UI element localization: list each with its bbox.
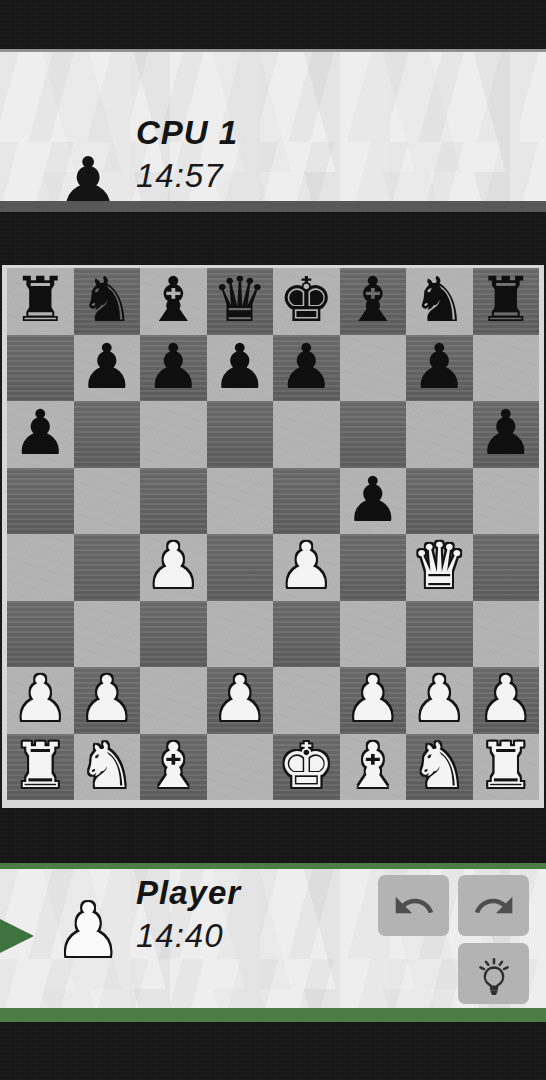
square-b8[interactable]: ♞ (74, 268, 141, 335)
square-h8[interactable]: ♜ (473, 268, 540, 335)
piece-black-pawn: ♟ (207, 335, 274, 399)
piece-white-knight: ♞ (74, 734, 141, 798)
square-d5[interactable] (207, 468, 274, 535)
piece-white-bishop: ♝ (140, 734, 207, 798)
piece-black-knight: ♞ (406, 268, 473, 332)
piece-black-pawn: ♟ (473, 401, 540, 465)
piece-black-rook: ♜ (7, 268, 74, 332)
turn-indicator-arrow (0, 919, 34, 953)
redo-button[interactable] (458, 875, 529, 936)
square-b3[interactable] (74, 601, 141, 668)
undo-arrow-icon (392, 884, 436, 928)
square-b7[interactable]: ♟ (74, 335, 141, 402)
square-h2[interactable]: ♟ (473, 667, 540, 734)
square-h4[interactable] (473, 534, 540, 601)
square-a3[interactable] (7, 601, 74, 668)
white-pawn-icon: ♟ (55, 893, 109, 967)
square-h3[interactable] (473, 601, 540, 668)
piece-white-pawn: ♟ (340, 667, 407, 731)
square-e8[interactable]: ♚ (273, 268, 340, 335)
player-clock: 14:40 (136, 917, 224, 955)
piece-white-king: ♚ (273, 734, 340, 798)
square-h1[interactable]: ♜ (473, 734, 540, 801)
piece-black-pawn: ♟ (74, 335, 141, 399)
square-g5[interactable] (406, 468, 473, 535)
square-d2[interactable]: ♟ (207, 667, 274, 734)
square-h7[interactable] (473, 335, 540, 402)
square-f4[interactable] (340, 534, 407, 601)
hint-button[interactable] (458, 943, 529, 1004)
square-f3[interactable] (340, 601, 407, 668)
chess-board[interactable]: ♜♞♝♛♚♝♞♜♟♟♟♟♟♟♟♟♟♟♛♟♟♟♟♟♟♜♞♝♚♝♞♜ (7, 268, 539, 800)
square-c7[interactable]: ♟ (140, 335, 207, 402)
square-h5[interactable] (473, 468, 540, 535)
piece-black-king: ♚ (273, 268, 340, 332)
piece-white-pawn: ♟ (273, 534, 340, 598)
piece-white-bishop: ♝ (340, 734, 407, 798)
piece-white-pawn: ♟ (473, 667, 540, 731)
square-a1[interactable]: ♜ (7, 734, 74, 801)
square-c2[interactable] (140, 667, 207, 734)
piece-white-knight: ♞ (406, 734, 473, 798)
app-screen: ♟ CPU 1 14:57 ♜♞♝♛♚♝♞♜♟♟♟♟♟♟♟♟♟♟♛♟♟♟♟♟♟♜… (0, 0, 546, 1080)
square-a6[interactable]: ♟ (7, 401, 74, 468)
square-e4[interactable]: ♟ (273, 534, 340, 601)
square-d4[interactable] (207, 534, 274, 601)
square-a2[interactable]: ♟ (7, 667, 74, 734)
piece-white-pawn: ♟ (7, 667, 74, 731)
piece-black-pawn: ♟ (406, 335, 473, 399)
piece-white-queen: ♛ (406, 534, 473, 598)
square-f6[interactable] (340, 401, 407, 468)
piece-black-pawn: ♟ (140, 335, 207, 399)
square-c8[interactable]: ♝ (140, 268, 207, 335)
piece-black-queen: ♛ (207, 268, 274, 332)
square-f5[interactable]: ♟ (340, 468, 407, 535)
piece-white-pawn: ♟ (140, 534, 207, 598)
square-e2[interactable] (273, 667, 340, 734)
square-g7[interactable]: ♟ (406, 335, 473, 402)
square-d8[interactable]: ♛ (207, 268, 274, 335)
piece-black-bishop: ♝ (340, 268, 407, 332)
opponent-panel-divider (0, 201, 546, 212)
undo-button[interactable] (378, 875, 449, 936)
square-c5[interactable] (140, 468, 207, 535)
square-e5[interactable] (273, 468, 340, 535)
board-frame: ♜♞♝♛♚♝♞♜♟♟♟♟♟♟♟♟♟♟♛♟♟♟♟♟♟♜♞♝♚♝♞♜ (2, 265, 544, 808)
square-g3[interactable] (406, 601, 473, 668)
square-g1[interactable]: ♞ (406, 734, 473, 801)
opponent-clock: 14:57 (136, 157, 224, 195)
lightbulb-icon (471, 951, 517, 997)
square-e1[interactable]: ♚ (273, 734, 340, 801)
square-g2[interactable]: ♟ (406, 667, 473, 734)
square-c1[interactable]: ♝ (140, 734, 207, 801)
square-b4[interactable] (74, 534, 141, 601)
opponent-panel: ♟ CPU 1 14:57 (0, 49, 546, 201)
square-d6[interactable] (207, 401, 274, 468)
opponent-name: CPU 1 (136, 114, 238, 152)
square-c4[interactable]: ♟ (140, 534, 207, 601)
square-f2[interactable]: ♟ (340, 667, 407, 734)
redo-arrow-icon (472, 884, 516, 928)
piece-white-pawn: ♟ (207, 667, 274, 731)
square-c3[interactable] (140, 601, 207, 668)
piece-black-pawn: ♟ (273, 335, 340, 399)
square-e7[interactable]: ♟ (273, 335, 340, 402)
piece-white-pawn: ♟ (74, 667, 141, 731)
piece-black-knight: ♞ (74, 268, 141, 332)
player-panel-bottom-border (0, 1008, 546, 1022)
square-b5[interactable] (74, 468, 141, 535)
square-e6[interactable] (273, 401, 340, 468)
square-g4[interactable]: ♛ (406, 534, 473, 601)
piece-white-pawn: ♟ (406, 667, 473, 731)
square-f8[interactable]: ♝ (340, 268, 407, 335)
square-b2[interactable]: ♟ (74, 667, 141, 734)
player-name: Player (136, 874, 241, 912)
square-d7[interactable]: ♟ (207, 335, 274, 402)
piece-black-rook: ♜ (473, 268, 540, 332)
square-a7[interactable] (7, 335, 74, 402)
piece-black-bishop: ♝ (140, 268, 207, 332)
piece-black-pawn: ♟ (7, 401, 74, 465)
square-a8[interactable]: ♜ (7, 268, 74, 335)
square-d3[interactable] (207, 601, 274, 668)
square-a4[interactable] (7, 534, 74, 601)
square-d1[interactable] (207, 734, 274, 801)
piece-white-rook: ♜ (7, 734, 74, 798)
piece-white-rook: ♜ (473, 734, 540, 798)
square-f1[interactable]: ♝ (340, 734, 407, 801)
square-e3[interactable] (273, 601, 340, 668)
square-h6[interactable]: ♟ (473, 401, 540, 468)
square-g8[interactable]: ♞ (406, 268, 473, 335)
piece-black-pawn: ♟ (340, 468, 407, 532)
square-g6[interactable] (406, 401, 473, 468)
square-f7[interactable] (340, 335, 407, 402)
square-b1[interactable]: ♞ (74, 734, 141, 801)
square-b6[interactable] (74, 401, 141, 468)
square-a5[interactable] (7, 468, 74, 535)
square-c6[interactable] (140, 401, 207, 468)
